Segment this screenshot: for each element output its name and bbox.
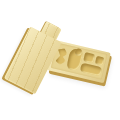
tray-interior xyxy=(51,42,108,79)
compartment-small-right xyxy=(95,56,105,66)
compartment-square xyxy=(83,52,95,63)
product-photo xyxy=(0,0,120,120)
